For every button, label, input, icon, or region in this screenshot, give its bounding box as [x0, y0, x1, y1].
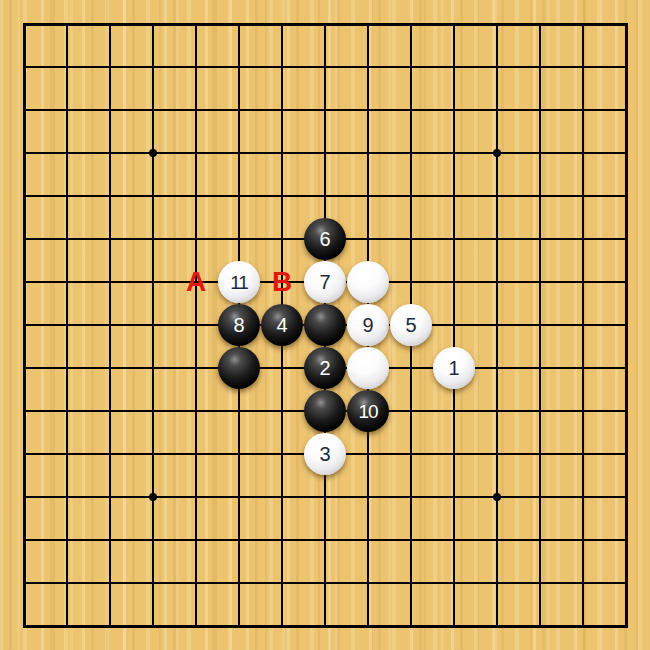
stone-white-move-1: 1	[433, 347, 475, 389]
stone-black-move-6: 6	[304, 218, 346, 260]
grid-line-vertical	[539, 24, 541, 626]
stone-white-move-5: 5	[390, 304, 432, 346]
grid-line-vertical	[496, 24, 498, 626]
stone-black-setup	[304, 390, 346, 432]
stone-black-move-8: 8	[218, 304, 260, 346]
stone-white-setup	[347, 347, 389, 389]
grid-line-horizontal	[24, 539, 626, 541]
stone-number: 9	[362, 315, 373, 335]
stone-black-move-4: 4	[261, 304, 303, 346]
stone-number: 3	[319, 444, 330, 464]
stone-black-setup	[304, 304, 346, 346]
star-point	[493, 493, 501, 501]
stone-number: 5	[405, 315, 416, 335]
stone-white-move-11: 11	[218, 261, 260, 303]
grid-line-horizontal	[24, 582, 626, 584]
stone-number: 11	[230, 273, 248, 292]
grid-line-horizontal	[24, 496, 626, 498]
grid-line-vertical	[582, 24, 584, 626]
stone-white-setup	[347, 261, 389, 303]
marker-B[interactable]: B	[263, 263, 301, 301]
stone-number: 2	[319, 358, 330, 378]
stone-black-move-10: 10	[347, 390, 389, 432]
marker-A[interactable]: A	[177, 263, 215, 301]
star-point	[149, 493, 157, 501]
grid-line-vertical	[453, 24, 455, 626]
stone-white-move-9: 9	[347, 304, 389, 346]
stone-black-move-2: 2	[304, 347, 346, 389]
stone-number: 1	[448, 358, 459, 378]
stone-black-setup	[218, 347, 260, 389]
stone-number: 7	[319, 272, 330, 292]
star-point	[149, 149, 157, 157]
go-board-diagram: 6117849521103AB	[0, 0, 650, 650]
stone-number: 6	[319, 229, 330, 249]
go-board[interactable]: 6117849521103AB	[0, 0, 650, 650]
stone-white-move-3: 3	[304, 433, 346, 475]
stone-number: 4	[276, 315, 287, 335]
stone-number: 8	[233, 315, 244, 335]
stone-number: 10	[358, 402, 377, 421]
star-point	[493, 149, 501, 157]
stone-white-move-7: 7	[304, 261, 346, 303]
